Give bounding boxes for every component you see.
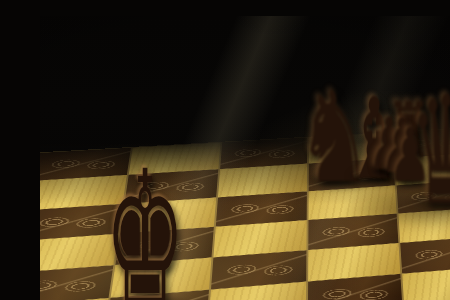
black-queen-h6: ♛	[410, 76, 450, 226]
black-king-c3: ♚	[105, 146, 186, 300]
chess-photo-scene: ♚♞♝♟♟♜♟♛♞	[40, 16, 450, 300]
board-square-f4	[400, 236, 450, 273]
board-square-b4	[40, 265, 113, 300]
